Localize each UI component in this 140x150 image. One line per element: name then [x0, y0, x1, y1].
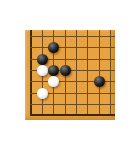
- white-stone[interactable]: ○: [37, 88, 48, 99]
- white-stone[interactable]: ○: [37, 65, 48, 76]
- grid-line-horizontal-7: [30, 104, 115, 105]
- go-board[interactable]: ●●○●●○●○: [25, 30, 115, 120]
- grid-line-horizontal-2: [30, 47, 115, 48]
- white-stone[interactable]: ○: [48, 76, 59, 87]
- black-stone[interactable]: ●: [48, 42, 59, 53]
- black-stone[interactable]: ●: [94, 76, 105, 87]
- grid-line-horizontal-1: [30, 36, 115, 37]
- board-edge-line-bottom: [30, 114, 115, 116]
- black-stone[interactable]: ●: [60, 65, 71, 76]
- black-stone[interactable]: ●: [48, 65, 59, 76]
- black-stone[interactable]: ●: [37, 54, 48, 65]
